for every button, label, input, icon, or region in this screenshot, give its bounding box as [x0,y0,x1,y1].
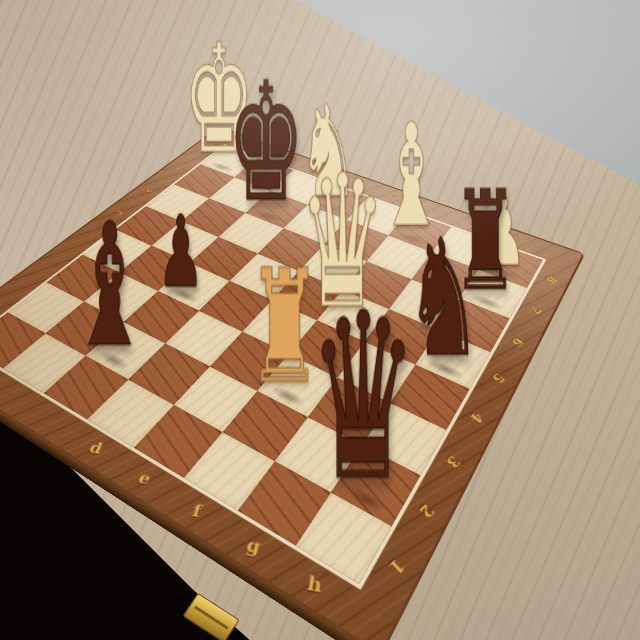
chess-board-frame: ♚♞♝♟♚♜♛♞♟♜♝♛ defgh123456785678bcdef [0,128,583,640]
rank-label-6: 6 [508,335,527,349]
rank-label-2: 2 [415,501,438,522]
square-e2[interactable] [174,367,257,433]
rank-label-1: 1 [385,555,409,578]
file-label-f: f [190,501,203,521]
file-label-d: d [87,439,105,457]
chess-board: ♚♞♝♟♚♜♛♞♟♜♝♛ [0,146,543,584]
black-queen-glyph: ♛ [308,293,417,505]
black-pawn-glyph: ♟ [157,207,204,298]
board-3d-scene: ♚♞♝♟♚♜♛♞♟♜♝♛ defgh123456785678bcdef [0,0,640,640]
rank-label-7: 7 [526,303,544,315]
rank-label-4: 4 [467,410,488,427]
square-h5[interactable]: ♞ [415,330,490,389]
black-knight[interactable]: ♞ [415,330,490,389]
file-label-g: g [245,535,263,558]
file-label-h: h [306,572,324,597]
rank-label-8: 8 [542,274,560,285]
stage: ♚♞♝♟♚♜♛♞♟♜♝♛ defgh123456785678bcdef [0,0,640,640]
rank-label-3: 3 [442,453,464,472]
far-rank-label-7: 7 [174,168,180,173]
black-bishop-glyph: ♝ [69,208,150,364]
black-king-glyph: ♚ [227,68,305,219]
rank-label-5: 5 [488,371,508,386]
file-label-e: e [136,468,153,487]
